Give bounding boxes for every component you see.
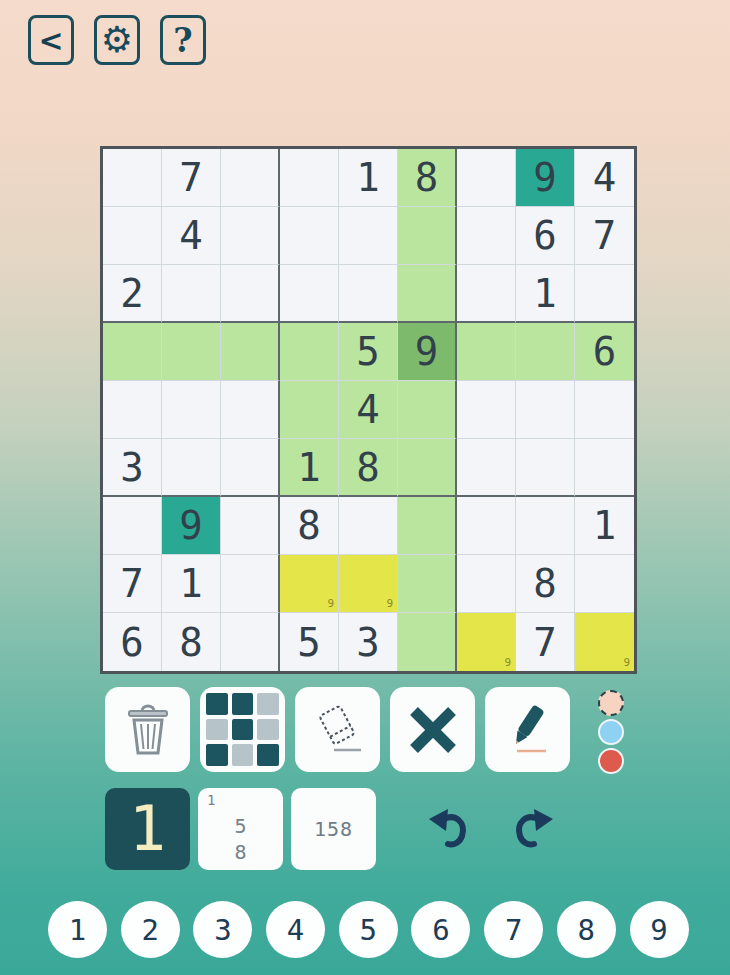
sudoku-cell-r5c5[interactable]: 4 [339,381,398,439]
clear-button[interactable] [390,687,475,772]
sudoku-cell-r4c9[interactable]: 6 [575,323,634,381]
sudoku-cell-r8c7[interactable] [457,555,516,613]
sudoku-cell-r8c9[interactable] [575,555,634,613]
sudoku-cell-r9c7[interactable]: 9 [457,613,516,671]
cell-value: 4 [179,216,202,255]
sudoku-cell-r5c3[interactable] [221,381,280,439]
sudoku-cell-r5c1[interactable] [103,381,162,439]
sudoku-cell-r6c5[interactable]: 8 [339,439,398,497]
cell-value: 8 [356,448,379,487]
cell-value: 7 [120,564,143,603]
sudoku-cell-r9c4[interactable]: 5 [280,613,339,671]
cell-value: 7 [533,623,556,662]
sudoku-cell-r9c1[interactable]: 6 [103,613,162,671]
cell-value: 8 [415,158,438,197]
sudoku-cell-r1c3[interactable] [221,149,280,207]
sudoku-cell-r4c6[interactable]: 9 [398,323,457,381]
sudoku-cell-r2c3[interactable] [221,207,280,265]
sudoku-cell-r6c2[interactable] [162,439,221,497]
big-number-preview: 1 [129,798,166,860]
pencil-mode-button[interactable] [485,687,570,772]
undo-button[interactable] [426,806,474,854]
sudoku-cell-r1c4[interactable] [280,149,339,207]
cell-value: 3 [120,448,143,487]
sudoku-cell-r2c9[interactable]: 7 [575,207,634,265]
sudoku-cell-r6c7[interactable] [457,439,516,497]
cell-value: 8 [297,506,320,545]
help-icon: ? [173,21,192,60]
sudoku-cell-r4c8[interactable] [516,323,575,381]
sudoku-cell-r3c1[interactable]: 2 [103,265,162,323]
numpad-button-6[interactable]: 6 [411,901,470,958]
sudoku-cell-r9c6[interactable] [398,613,457,671]
sudoku-cell-r8c8[interactable]: 8 [516,555,575,613]
sudoku-cell-r8c5[interactable]: 9 [339,555,398,613]
sudoku-cell-r1c8[interactable]: 9 [516,149,575,207]
sudoku-cell-r3c4[interactable] [280,265,339,323]
cell-value: 1 [297,448,320,487]
corner-digit: 1 [207,792,215,808]
corner-digit: 5 [198,814,283,838]
sudoku-cell-r5c2[interactable] [162,381,221,439]
sudoku-cell-r3c7[interactable] [457,265,516,323]
toolbar [105,687,570,772]
sudoku-cell-r7c1[interactable] [103,497,162,555]
sudoku-cell-r7c2[interactable]: 9 [162,497,221,555]
sudoku-cell-r1c1[interactable] [103,149,162,207]
cell-value: 4 [356,390,379,429]
sudoku-cell-r3c6[interactable] [398,265,457,323]
theme-dots [598,690,624,774]
sudoku-cell-r6c1[interactable]: 3 [103,439,162,497]
sudoku-cell-r1c6[interactable]: 8 [398,149,457,207]
redo-icon [508,806,556,854]
sudoku-cell-r7c4[interactable]: 8 [280,497,339,555]
sudoku-cell-r6c4[interactable]: 1 [280,439,339,497]
sudoku-cell-r2c4[interactable] [280,207,339,265]
sudoku-cell-r7c7[interactable] [457,497,516,555]
sudoku-cell-r5c7[interactable] [457,381,516,439]
numpad-button-5[interactable]: 5 [339,901,398,958]
cell-value: 6 [120,623,143,662]
sudoku-board: 71894467215964318981719986853979 [100,146,637,674]
sudoku-cell-r2c8[interactable]: 6 [516,207,575,265]
cell-value: 2 [120,274,143,313]
numpad-button-1[interactable]: 1 [48,901,107,958]
numpad-button-3[interactable]: 3 [193,901,252,958]
sudoku-cell-r7c5[interactable] [339,497,398,555]
settings-button[interactable]: ⚙ [94,15,140,65]
sudoku-cell-r7c9[interactable]: 1 [575,497,634,555]
cell-value: 8 [179,623,202,662]
cell-value: 1 [356,158,379,197]
sudoku-cell-r9c3[interactable] [221,613,280,671]
sudoku-cell-r1c9[interactable]: 4 [575,149,634,207]
help-button[interactable]: ? [160,15,206,65]
sudoku-cell-r4c4[interactable] [280,323,339,381]
cell-value: 5 [297,623,320,662]
pencil-mark: 9 [386,597,393,610]
big-number-mode-tile[interactable]: 1 [105,788,190,870]
cell-value: 9 [415,332,438,371]
sudoku-cell-r8c6[interactable] [398,555,457,613]
numpad-button-7[interactable]: 7 [484,901,543,958]
center-digits-preview: 158 [314,817,353,841]
sudoku-cell-r3c2[interactable] [162,265,221,323]
theme-dot-peach[interactable] [598,690,624,716]
undo-icon [426,806,474,854]
redo-button[interactable] [508,806,556,854]
number-pad: 123456789 [48,901,689,958]
center-pencil-mode-tile[interactable]: 158 [291,788,376,870]
cell-value: 8 [533,564,556,603]
sudoku-cell-r3c5[interactable] [339,265,398,323]
sudoku-cell-r2c1[interactable] [103,207,162,265]
numpad-button-8[interactable]: 8 [557,901,616,958]
sudoku-cell-r2c6[interactable] [398,207,457,265]
sudoku-cell-r8c2[interactable]: 1 [162,555,221,613]
sudoku-cell-r9c9[interactable]: 9 [575,613,634,671]
eraser-icon [312,704,364,756]
sudoku-cell-r7c8[interactable] [516,497,575,555]
cell-value: 9 [179,506,202,545]
sudoku-cell-r6c9[interactable] [575,439,634,497]
entry-mode-tiles: 1 1 5 8 158 [105,788,376,870]
grid-pattern-icon [200,687,285,772]
sudoku-cell-r4c7[interactable] [457,323,516,381]
sudoku-cell-r2c2[interactable]: 4 [162,207,221,265]
sudoku-cell-r3c8[interactable]: 1 [516,265,575,323]
cell-value: 6 [593,332,616,371]
sudoku-cell-r5c6[interactable] [398,381,457,439]
sudoku-cell-r8c1[interactable]: 7 [103,555,162,613]
sudoku-cell-r8c4[interactable]: 9 [280,555,339,613]
sudoku-cell-r1c5[interactable]: 1 [339,149,398,207]
x-icon [407,704,459,756]
numpad-button-4[interactable]: 4 [266,901,325,958]
sudoku-cell-r4c1[interactable] [103,323,162,381]
sudoku-cell-r4c2[interactable] [162,323,221,381]
sudoku-cell-r9c2[interactable]: 8 [162,613,221,671]
theme-dot-blue[interactable] [598,719,624,745]
delete-button[interactable] [105,687,190,772]
sudoku-cell-r7c3[interactable] [221,497,280,555]
gear-icon: ⚙ [101,22,133,58]
theme-dot-red[interactable] [598,748,624,774]
pencil-mark: 9 [623,656,630,669]
trash-icon [124,703,172,757]
cell-value: 1 [533,274,556,313]
sudoku-cell-r9c8[interactable]: 7 [516,613,575,671]
cell-value: 3 [356,623,379,662]
back-icon: < [38,23,63,58]
corner-pencil-mode-tile[interactable]: 1 5 8 [198,788,283,870]
cell-value: 9 [533,158,556,197]
cell-value: 1 [593,506,616,545]
back-button[interactable]: < [28,15,74,65]
cell-value: 6 [533,216,556,255]
pencil-icon [500,702,556,758]
numpad-button-9[interactable]: 9 [630,901,689,958]
sudoku-cell-r2c7[interactable] [457,207,516,265]
sudoku-cell-r1c7[interactable] [457,149,516,207]
auto-pencil-button[interactable] [200,687,285,772]
sudoku-cell-r5c9[interactable] [575,381,634,439]
cell-value: 1 [179,564,202,603]
sudoku-cell-r7c6[interactable] [398,497,457,555]
sudoku-cell-r6c8[interactable] [516,439,575,497]
sudoku-cell-r9c5[interactable]: 3 [339,613,398,671]
sudoku-app: < ⚙ ? 71894467215964318981719986853979 [0,0,730,975]
pencil-mark: 9 [327,597,334,610]
sudoku-cell-r6c6[interactable] [398,439,457,497]
corner-digit: 8 [198,840,283,864]
sudoku-cell-r4c5[interactable]: 5 [339,323,398,381]
cell-value: 7 [593,216,616,255]
sudoku-cell-r5c8[interactable] [516,381,575,439]
eraser-button[interactable] [295,687,380,772]
sudoku-cell-r8c3[interactable] [221,555,280,613]
sudoku-cell-r1c2[interactable]: 7 [162,149,221,207]
sudoku-cell-r5c4[interactable] [280,381,339,439]
cell-value: 7 [179,158,202,197]
sudoku-cell-r3c9[interactable] [575,265,634,323]
cell-value: 4 [593,158,616,197]
sudoku-cell-r6c3[interactable] [221,439,280,497]
cell-value: 5 [356,332,379,371]
sudoku-cell-r2c5[interactable] [339,207,398,265]
sudoku-cell-r4c3[interactable] [221,323,280,381]
pencil-mark: 9 [504,656,511,669]
numpad-button-2[interactable]: 2 [121,901,180,958]
sudoku-cell-r3c3[interactable] [221,265,280,323]
